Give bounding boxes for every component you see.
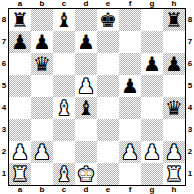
file-label-top-f: f	[119, 0, 141, 8]
square-c7[interactable]	[53, 31, 75, 53]
square-h5[interactable]	[163, 75, 185, 97]
piece-black-pawn-a7[interactable]: ♟	[9, 31, 31, 53]
chess-diagram: abcdefgh 87654321 ♜♝♚♜♟♟♟♛♟♟♟♟♝♝♛♟♟♟♟♟♜♝…	[0, 0, 194, 194]
square-c5[interactable]	[53, 75, 75, 97]
chess-board: ♜♝♚♜♟♟♟♛♟♟♟♟♝♝♛♟♟♟♟♟♜♝♚♜	[8, 8, 186, 186]
square-h6[interactable]: ♟	[163, 53, 185, 75]
square-d4[interactable]: ♝	[75, 97, 97, 119]
square-f8[interactable]	[119, 9, 141, 31]
square-c3[interactable]	[53, 119, 75, 141]
square-f3[interactable]	[119, 119, 141, 141]
file-label-top-c: c	[53, 0, 75, 8]
piece-white-rook-h1[interactable]: ♜	[163, 163, 185, 185]
square-d3[interactable]	[75, 119, 97, 141]
square-g3[interactable]	[141, 119, 163, 141]
square-e5[interactable]	[97, 75, 119, 97]
file-label-top-h: h	[163, 0, 185, 8]
square-f2[interactable]: ♟	[119, 141, 141, 163]
file-label-bottom-f: f	[119, 186, 141, 194]
piece-black-pawn-d7[interactable]: ♟	[75, 31, 97, 53]
piece-white-bishop-c4[interactable]: ♝	[53, 97, 75, 119]
square-c2[interactable]	[53, 141, 75, 163]
piece-black-queen-h4[interactable]: ♛	[163, 97, 185, 119]
file-label-bottom-h: h	[163, 186, 185, 194]
square-a2[interactable]: ♟	[9, 141, 31, 163]
rank-label-left-4: 4	[0, 97, 8, 119]
square-h8[interactable]: ♜	[163, 9, 185, 31]
square-e3[interactable]	[97, 119, 119, 141]
square-h1[interactable]: ♜	[163, 163, 185, 185]
piece-black-pawn-b7[interactable]: ♟	[31, 31, 53, 53]
file-label-bottom-a: a	[9, 186, 31, 194]
piece-black-rook-h8[interactable]: ♜	[163, 9, 185, 31]
square-f7[interactable]	[119, 31, 141, 53]
square-e8[interactable]: ♚	[97, 9, 119, 31]
file-labels-bottom: abcdefgh	[9, 186, 185, 194]
piece-white-bishop-c1[interactable]: ♝	[53, 163, 75, 185]
square-f4[interactable]	[119, 97, 141, 119]
square-f5[interactable]: ♟	[119, 75, 141, 97]
piece-black-pawn-f5[interactable]: ♟	[119, 75, 141, 97]
piece-white-pawn-g2[interactable]: ♟	[141, 141, 163, 163]
rank-label-left-6: 6	[0, 53, 8, 75]
square-b4[interactable]	[31, 97, 53, 119]
piece-white-rook-a1[interactable]: ♜	[9, 163, 31, 185]
square-a6[interactable]	[9, 53, 31, 75]
square-e2[interactable]	[97, 141, 119, 163]
square-g6[interactable]: ♟	[141, 53, 163, 75]
rank-label-right-6: 6	[186, 53, 194, 75]
piece-black-pawn-g6[interactable]: ♟	[141, 53, 163, 75]
rank-label-left-5: 5	[0, 75, 8, 97]
square-h3[interactable]	[163, 119, 185, 141]
square-f6[interactable]	[119, 53, 141, 75]
square-d2[interactable]	[75, 141, 97, 163]
file-label-bottom-d: d	[75, 186, 97, 194]
square-a5[interactable]	[9, 75, 31, 97]
file-labels-top: abcdefgh	[9, 0, 185, 8]
square-b2[interactable]: ♟	[31, 141, 53, 163]
rank-label-right-1: 1	[186, 163, 194, 185]
piece-white-pawn-d5[interactable]: ♟	[75, 75, 97, 97]
square-c1[interactable]: ♝	[53, 163, 75, 185]
rank-label-right-8: 8	[186, 9, 194, 31]
rank-label-left-7: 7	[0, 31, 8, 53]
file-label-bottom-e: e	[97, 186, 119, 194]
square-d5[interactable]: ♟	[75, 75, 97, 97]
square-a7[interactable]: ♟	[9, 31, 31, 53]
rank-label-right-5: 5	[186, 75, 194, 97]
rank-labels-left: 87654321	[0, 9, 8, 185]
file-label-top-d: d	[75, 0, 97, 8]
square-h2[interactable]: ♟	[163, 141, 185, 163]
square-a1[interactable]: ♜	[9, 163, 31, 185]
rank-labels-right: 87654321	[186, 9, 194, 185]
square-e1[interactable]	[97, 163, 119, 185]
rank-label-left-1: 1	[0, 163, 8, 185]
piece-white-pawn-f2[interactable]: ♟	[119, 141, 141, 163]
square-e4[interactable]	[97, 97, 119, 119]
piece-black-pawn-h6[interactable]: ♟	[163, 53, 185, 75]
file-label-bottom-g: g	[141, 186, 163, 194]
square-g5[interactable]	[141, 75, 163, 97]
file-label-bottom-b: b	[31, 186, 53, 194]
square-c8[interactable]: ♝	[53, 9, 75, 31]
square-b3[interactable]	[31, 119, 53, 141]
square-d7[interactable]: ♟	[75, 31, 97, 53]
file-label-top-a: a	[9, 0, 31, 8]
file-label-bottom-c: c	[53, 186, 75, 194]
square-g1[interactable]	[141, 163, 163, 185]
piece-white-king-d1[interactable]: ♚	[75, 163, 97, 185]
rank-label-left-8: 8	[0, 9, 8, 31]
piece-white-pawn-a2[interactable]: ♟	[9, 141, 31, 163]
piece-black-rook-a8[interactable]: ♜	[9, 9, 31, 31]
square-a4[interactable]	[9, 97, 31, 119]
piece-black-bishop-d4[interactable]: ♝	[75, 97, 97, 119]
piece-white-pawn-b2[interactable]: ♟	[31, 141, 53, 163]
square-f1[interactable]	[119, 163, 141, 185]
piece-black-bishop-c8[interactable]: ♝	[53, 9, 75, 31]
square-d1[interactable]: ♚	[75, 163, 97, 185]
square-g4[interactable]	[141, 97, 163, 119]
square-h4[interactable]: ♛	[163, 97, 185, 119]
rank-label-right-7: 7	[186, 31, 194, 53]
square-g7[interactable]	[141, 31, 163, 53]
square-d6[interactable]	[75, 53, 97, 75]
square-c4[interactable]: ♝	[53, 97, 75, 119]
square-g2[interactable]: ♟	[141, 141, 163, 163]
square-h7[interactable]	[163, 31, 185, 53]
file-label-top-e: e	[97, 0, 119, 8]
piece-black-queen-b6[interactable]: ♛	[31, 53, 53, 75]
square-b7[interactable]: ♟	[31, 31, 53, 53]
square-c6[interactable]	[53, 53, 75, 75]
rank-label-right-3: 3	[186, 119, 194, 141]
rank-label-right-4: 4	[186, 97, 194, 119]
file-label-top-b: b	[31, 0, 53, 8]
square-a8[interactable]: ♜	[9, 9, 31, 31]
square-g8[interactable]	[141, 9, 163, 31]
rank-label-right-2: 2	[186, 141, 194, 163]
piece-black-king-e8[interactable]: ♚	[97, 9, 119, 31]
square-b8[interactable]	[31, 9, 53, 31]
square-e7[interactable]	[97, 31, 119, 53]
square-b6[interactable]: ♛	[31, 53, 53, 75]
file-label-top-g: g	[141, 0, 163, 8]
square-b1[interactable]	[31, 163, 53, 185]
rank-label-left-2: 2	[0, 141, 8, 163]
square-b5[interactable]	[31, 75, 53, 97]
square-e6[interactable]	[97, 53, 119, 75]
rank-label-left-3: 3	[0, 119, 8, 141]
square-a3[interactable]	[9, 119, 31, 141]
square-d8[interactable]	[75, 9, 97, 31]
piece-white-pawn-h2[interactable]: ♟	[163, 141, 185, 163]
